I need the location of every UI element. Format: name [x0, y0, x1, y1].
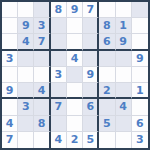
cell-r3c4[interactable] [51, 34, 67, 50]
cell-r4c4[interactable] [51, 51, 67, 67]
given-digit: 3 [38, 20, 46, 31]
cell-r8c9[interactable]: 6 [132, 116, 148, 132]
cell-r6c4[interactable] [51, 83, 67, 99]
cell-r4c8[interactable] [116, 51, 132, 67]
cell-r8c7[interactable]: 5 [99, 116, 115, 132]
given-digit: 7 [38, 36, 46, 47]
cell-r2c5[interactable] [67, 18, 83, 34]
cell-r6c3[interactable]: 4 [34, 83, 50, 99]
cell-r3c3[interactable]: 7 [34, 34, 50, 50]
cell-r1c3[interactable] [34, 2, 50, 18]
cell-r1c9[interactable] [132, 2, 148, 18]
given-digit: 7 [54, 101, 62, 112]
cell-r3c2[interactable]: 4 [18, 34, 34, 50]
cell-r5c2[interactable] [18, 67, 34, 83]
cell-r9c6[interactable]: 5 [83, 132, 99, 148]
cell-r1c8[interactable] [116, 2, 132, 18]
cell-r2c6[interactable] [83, 18, 99, 34]
cell-r8c5[interactable] [67, 116, 83, 132]
cell-r2c8[interactable]: 1 [116, 18, 132, 34]
cell-r9c1[interactable]: 7 [2, 132, 18, 148]
cell-r6c1[interactable]: 9 [2, 83, 18, 99]
cell-r4c6[interactable] [83, 51, 99, 67]
cell-r7c7[interactable] [99, 99, 115, 115]
given-digit: 4 [38, 85, 46, 96]
given-digit: 4 [119, 101, 127, 112]
given-digit: 1 [136, 85, 144, 96]
cell-r4c9[interactable]: 9 [132, 51, 148, 67]
cell-r4c3[interactable] [34, 51, 50, 67]
cell-r9c4[interactable]: 4 [51, 132, 67, 148]
given-digit: 3 [6, 53, 14, 64]
cell-r4c2[interactable] [18, 51, 34, 67]
cell-r5c1[interactable] [2, 67, 18, 83]
given-digit: 1 [119, 20, 127, 31]
given-digit: 4 [22, 36, 30, 47]
cell-r7c3[interactable] [34, 99, 50, 115]
cell-r9c2[interactable] [18, 132, 34, 148]
cell-r3c9[interactable] [132, 34, 148, 50]
given-digit: 3 [136, 134, 144, 145]
cell-r9c7[interactable] [99, 132, 115, 148]
given-digit: 3 [54, 69, 62, 80]
cell-r7c6[interactable]: 6 [83, 99, 99, 115]
given-digit: 7 [6, 134, 14, 145]
cell-r1c4[interactable]: 8 [51, 2, 67, 18]
cell-r1c2[interactable] [18, 2, 34, 18]
cell-r1c6[interactable]: 7 [83, 2, 99, 18]
cell-r2c2[interactable]: 9 [18, 18, 34, 34]
given-digit: 6 [86, 101, 94, 112]
cell-r7c1[interactable] [2, 99, 18, 115]
given-digit: 3 [22, 101, 30, 112]
cell-r1c7[interactable] [99, 2, 115, 18]
cell-r6c9[interactable]: 1 [132, 83, 148, 99]
cell-r9c5[interactable]: 2 [67, 132, 83, 148]
cell-r2c7[interactable]: 8 [99, 18, 115, 34]
cell-r5c3[interactable] [34, 67, 50, 83]
cell-r4c7[interactable] [99, 51, 115, 67]
cell-r5c5[interactable] [67, 67, 83, 83]
cell-r9c8[interactable] [116, 132, 132, 148]
given-digit: 9 [119, 36, 127, 47]
cell-r6c8[interactable] [116, 83, 132, 99]
cell-r4c1[interactable]: 3 [2, 51, 18, 67]
cell-r8c2[interactable] [18, 116, 34, 132]
cell-r9c9[interactable]: 3 [132, 132, 148, 148]
cell-r8c1[interactable]: 4 [2, 116, 18, 132]
cell-r7c2[interactable]: 3 [18, 99, 34, 115]
given-digit: 2 [71, 134, 79, 145]
cell-r5c7[interactable] [99, 67, 115, 83]
cell-r2c3[interactable]: 3 [34, 18, 50, 34]
given-digit: 9 [86, 69, 94, 80]
cell-r7c5[interactable] [67, 99, 83, 115]
sudoku-board: 897938147693493994213764485674253 [0, 0, 150, 150]
given-digit: 8 [54, 4, 62, 15]
given-digit: 2 [103, 85, 111, 96]
given-digit: 9 [6, 85, 14, 96]
cell-r3c8[interactable]: 9 [116, 34, 132, 50]
given-digit: 9 [136, 53, 144, 64]
given-digit: 5 [103, 118, 111, 129]
given-digit: 8 [103, 20, 111, 31]
cell-r8c8[interactable] [116, 116, 132, 132]
cell-r2c1[interactable] [2, 18, 18, 34]
cell-r7c4[interactable]: 7 [51, 99, 67, 115]
cell-r7c9[interactable] [132, 99, 148, 115]
given-digit: 5 [86, 134, 94, 145]
given-digit: 4 [54, 134, 62, 145]
given-digit: 9 [71, 4, 79, 15]
cell-r2c9[interactable] [132, 18, 148, 34]
cell-r7c8[interactable]: 4 [116, 99, 132, 115]
cell-r5c9[interactable] [132, 67, 148, 83]
cell-r5c4[interactable]: 3 [51, 67, 67, 83]
given-digit: 6 [103, 36, 111, 47]
given-digit: 4 [71, 53, 79, 64]
cell-r5c6[interactable]: 9 [83, 67, 99, 83]
cell-r1c5[interactable]: 9 [67, 2, 83, 18]
cell-r3c5[interactable] [67, 34, 83, 50]
cell-r5c8[interactable] [116, 67, 132, 83]
given-digit: 8 [38, 118, 46, 129]
cell-r8c6[interactable] [83, 116, 99, 132]
cell-r2c4[interactable] [51, 18, 67, 34]
cell-r3c6[interactable] [83, 34, 99, 50]
cell-r1c1[interactable] [2, 2, 18, 18]
given-digit: 4 [6, 118, 14, 129]
cell-r3c7[interactable]: 6 [99, 34, 115, 50]
cell-r4c5[interactable]: 4 [67, 51, 83, 67]
cell-r8c3[interactable]: 8 [34, 116, 50, 132]
cell-r9c3[interactable] [34, 132, 50, 148]
cell-r6c7[interactable]: 2 [99, 83, 115, 99]
cell-r3c1[interactable] [2, 34, 18, 50]
given-digit: 6 [136, 118, 144, 129]
given-digit: 9 [22, 20, 30, 31]
given-digit: 7 [86, 4, 94, 15]
cell-r6c5[interactable] [67, 83, 83, 99]
cell-r6c2[interactable] [18, 83, 34, 99]
cell-r6c6[interactable] [83, 83, 99, 99]
cell-r8c4[interactable] [51, 116, 67, 132]
